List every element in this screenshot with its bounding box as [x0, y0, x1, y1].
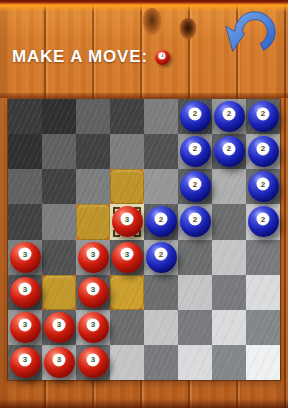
red-piece[interactable]: 3: [112, 206, 143, 237]
app-screen: MAKE A MOVE: 3 222222223222333233333333: [0, 0, 288, 408]
undo-button[interactable]: [223, 3, 281, 61]
piece-cell: 3: [42, 310, 76, 345]
ball-number: 2: [257, 178, 270, 191]
wood-knot: [142, 8, 162, 36]
red-piece[interactable]: 3: [10, 277, 41, 308]
make-a-move-label: MAKE A MOVE:: [12, 47, 148, 67]
red-piece[interactable]: 3: [78, 312, 109, 343]
ball-number: 2: [257, 107, 270, 120]
piece-cell: 2: [144, 240, 178, 275]
piece-cell: 2: [246, 99, 280, 134]
header: MAKE A MOVE: 3: [12, 46, 170, 68]
red-piece[interactable]: 3: [10, 242, 41, 273]
red-piece[interactable]: 3: [78, 242, 109, 273]
blue-piece[interactable]: 2: [248, 171, 279, 202]
blue-piece[interactable]: 2: [248, 136, 279, 167]
piece-cell: 2: [178, 134, 212, 169]
piece-cell: 3: [8, 240, 42, 275]
ball-number: 2: [189, 213, 202, 226]
piece-cell: 3: [110, 240, 144, 275]
piece-cell: 3: [8, 275, 42, 310]
ball-number: 3: [53, 353, 66, 366]
ball-number: 2: [223, 107, 236, 120]
red-piece[interactable]: 3: [78, 347, 109, 378]
piece-cell: 2: [178, 204, 212, 239]
red-piece[interactable]: 3: [10, 312, 41, 343]
ball-number: 2: [189, 142, 202, 155]
piece-cell: 2: [212, 99, 246, 134]
piece-cell: 3: [42, 345, 76, 380]
ball-number: 3: [19, 283, 32, 296]
piece-cell: 2: [178, 169, 212, 204]
piece-cell: 3: [76, 275, 110, 310]
ball-number: 2: [189, 178, 202, 191]
ball-number: 3: [53, 318, 66, 331]
ball-number: 3: [87, 318, 100, 331]
blue-piece[interactable]: 2: [146, 242, 177, 273]
wood-knot: [179, 18, 197, 40]
blue-piece[interactable]: 2: [214, 136, 245, 167]
ball-number: 2: [189, 107, 202, 120]
turn-indicator-ball: 3: [155, 50, 170, 65]
ball-number: 3: [87, 283, 100, 296]
piece-cell: 3: [110, 204, 144, 239]
piece-cell: 2: [212, 134, 246, 169]
blue-piece[interactable]: 2: [180, 136, 211, 167]
piece-cell: 2: [144, 204, 178, 239]
piece-cell: 2: [246, 204, 280, 239]
ball-number: 3: [121, 248, 134, 261]
undo-arrow-icon: [226, 12, 275, 52]
red-piece[interactable]: 3: [78, 277, 109, 308]
piece-cell: 2: [246, 134, 280, 169]
ball-number: 2: [155, 248, 168, 261]
game-board: 222222223222333233333333: [8, 99, 280, 380]
red-piece[interactable]: 3: [44, 347, 75, 378]
blue-piece[interactable]: 2: [180, 206, 211, 237]
ball-number: 3: [159, 52, 166, 59]
ball-number: 3: [87, 248, 100, 261]
red-piece[interactable]: 3: [44, 312, 75, 343]
red-piece[interactable]: 3: [112, 242, 143, 273]
pieces-layer: 222222223222333233333333: [8, 99, 280, 380]
blue-piece[interactable]: 2: [180, 101, 211, 132]
piece-cell: 2: [246, 169, 280, 204]
plank-joint-line: [0, 93, 288, 98]
piece-cell: 3: [8, 345, 42, 380]
piece-cell: 2: [178, 99, 212, 134]
blue-piece[interactable]: 2: [248, 206, 279, 237]
ball-number: 2: [155, 213, 168, 226]
ball-number: 2: [257, 213, 270, 226]
blue-piece[interactable]: 2: [180, 171, 211, 202]
ball-number: 3: [121, 213, 134, 226]
blue-piece[interactable]: 2: [146, 206, 177, 237]
piece-cell: 3: [76, 310, 110, 345]
piece-cell: 3: [76, 345, 110, 380]
ball-number: 3: [19, 318, 32, 331]
blue-piece[interactable]: 2: [248, 101, 279, 132]
ball-number: 2: [257, 142, 270, 155]
ball-number: 2: [223, 142, 236, 155]
piece-cell: 3: [76, 240, 110, 275]
bottom-shade: [0, 399, 288, 408]
red-piece[interactable]: 3: [10, 347, 41, 378]
ball-number: 3: [19, 353, 32, 366]
ball-number: 3: [87, 353, 100, 366]
piece-cell: 3: [8, 310, 42, 345]
ball-number: 3: [19, 248, 32, 261]
blue-piece[interactable]: 2: [214, 101, 245, 132]
